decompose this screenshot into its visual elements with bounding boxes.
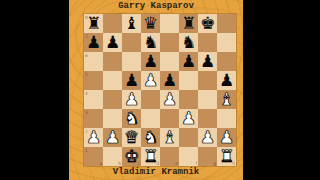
square-c2: ♛	[122, 128, 141, 147]
video-frame: Garry Kasparov 8♜♝♛♜♚7♟♟♞♞6♟♟♟5♟♟♟♟4♟♟♝3…	[0, 0, 320, 180]
black-knight-icon: ♞	[141, 33, 160, 52]
rank-label-1: 1	[85, 148, 88, 153]
square-h5: ♟	[217, 71, 236, 90]
square-f2	[179, 128, 198, 147]
square-h2: ♟	[217, 128, 236, 147]
white-rook-icon: ♜	[217, 147, 236, 166]
square-e2: ♝	[160, 128, 179, 147]
square-b6	[103, 52, 122, 71]
letterbox-left	[0, 0, 69, 180]
rank-label-3: 3	[85, 110, 88, 115]
black-knight-icon: ♞	[179, 33, 198, 52]
square-h3	[217, 109, 236, 128]
square-a2: 2♟	[84, 128, 103, 147]
square-e7	[160, 33, 179, 52]
white-pawn-icon: ♟	[217, 128, 236, 147]
square-a8: 8♜	[84, 14, 103, 33]
square-g3	[198, 109, 217, 128]
square-d6: ♟	[141, 52, 160, 71]
square-b7: ♟	[103, 33, 122, 52]
square-g1: g	[198, 147, 217, 166]
black-rook-icon: ♜	[84, 14, 103, 33]
square-c7	[122, 33, 141, 52]
square-a7: 7♟	[84, 33, 103, 52]
square-b4	[103, 90, 122, 109]
rank-label-5: 5	[85, 72, 88, 77]
square-c1: c♚	[122, 147, 141, 166]
square-h8	[217, 14, 236, 33]
square-h1: h♜	[217, 147, 236, 166]
square-c3: ♞	[122, 109, 141, 128]
square-e4: ♟	[160, 90, 179, 109]
square-f7: ♞	[179, 33, 198, 52]
white-pawn-icon: ♟	[103, 128, 122, 147]
square-e1: e	[160, 147, 179, 166]
square-b1: b	[103, 147, 122, 166]
square-d4	[141, 90, 160, 109]
rank-label-4: 4	[85, 91, 88, 96]
white-knight-icon: ♞	[122, 109, 141, 128]
square-a5: 5	[84, 71, 103, 90]
black-pawn-icon: ♟	[103, 33, 122, 52]
square-g7	[198, 33, 217, 52]
player-name-black: Garry Kasparov	[69, 0, 243, 13]
white-king-icon: ♚	[122, 147, 141, 166]
square-c4: ♟	[122, 90, 141, 109]
square-f1: f	[179, 147, 198, 166]
white-bishop-icon: ♝	[217, 90, 236, 109]
black-rook-icon: ♜	[179, 14, 198, 33]
square-h6	[217, 52, 236, 71]
black-pawn-icon: ♟	[84, 33, 103, 52]
black-pawn-icon: ♟	[122, 71, 141, 90]
square-b2: ♟	[103, 128, 122, 147]
square-a6: 6	[84, 52, 103, 71]
square-e8	[160, 14, 179, 33]
white-pawn-icon: ♟	[84, 128, 103, 147]
square-c5: ♟	[122, 71, 141, 90]
square-a3: 3	[84, 109, 103, 128]
white-bishop-icon: ♝	[160, 128, 179, 147]
white-pawn-icon: ♟	[179, 109, 198, 128]
square-g2: ♟	[198, 128, 217, 147]
square-c6	[122, 52, 141, 71]
black-pawn-icon: ♟	[160, 71, 179, 90]
square-e3	[160, 109, 179, 128]
chess-board: 8♜♝♛♜♚7♟♟♞♞6♟♟♟5♟♟♟♟4♟♟♝3♞♟2♟♟♛♞♝♟♟1abc♚…	[84, 14, 236, 166]
square-g4	[198, 90, 217, 109]
black-pawn-icon: ♟	[179, 52, 198, 71]
player-name-white: Vladimir Kramnik	[69, 166, 243, 179]
square-a1: 1a	[84, 147, 103, 166]
square-f6: ♟	[179, 52, 198, 71]
square-a4: 4	[84, 90, 103, 109]
square-g5	[198, 71, 217, 90]
square-h7	[217, 33, 236, 52]
square-b5	[103, 71, 122, 90]
black-queen-icon: ♛	[141, 14, 160, 33]
square-d7: ♞	[141, 33, 160, 52]
white-pawn-icon: ♟	[160, 90, 179, 109]
square-g8: ♚	[198, 14, 217, 33]
white-queen-icon: ♛	[122, 128, 141, 147]
square-f3: ♟	[179, 109, 198, 128]
square-b3	[103, 109, 122, 128]
square-g6: ♟	[198, 52, 217, 71]
square-d1: d♜	[141, 147, 160, 166]
black-pawn-icon: ♟	[141, 52, 160, 71]
black-bishop-icon: ♝	[122, 14, 141, 33]
square-f8: ♜	[179, 14, 198, 33]
white-knight-icon: ♞	[141, 128, 160, 147]
square-h4: ♝	[217, 90, 236, 109]
square-d5: ♟	[141, 71, 160, 90]
square-e6	[160, 52, 179, 71]
square-d2: ♞	[141, 128, 160, 147]
square-e5: ♟	[160, 71, 179, 90]
white-pawn-icon: ♟	[141, 71, 160, 90]
square-d3	[141, 109, 160, 128]
black-king-icon: ♚	[198, 14, 217, 33]
white-pawn-icon: ♟	[198, 128, 217, 147]
square-b8	[103, 14, 122, 33]
rank-label-6: 6	[85, 53, 88, 58]
black-pawn-icon: ♟	[198, 52, 217, 71]
white-rook-icon: ♜	[141, 147, 160, 166]
square-d8: ♛	[141, 14, 160, 33]
letterbox-right	[243, 0, 320, 180]
square-f4	[179, 90, 198, 109]
white-pawn-icon: ♟	[122, 90, 141, 109]
square-c8: ♝	[122, 14, 141, 33]
black-pawn-icon: ♟	[217, 71, 236, 90]
square-f5	[179, 71, 198, 90]
